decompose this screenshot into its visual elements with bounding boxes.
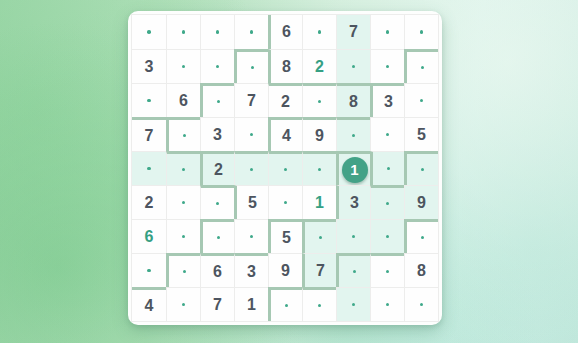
empty-cell-dot: [387, 167, 391, 171]
empty-cell-dot: [250, 235, 254, 239]
empty-cell-dot: [147, 30, 151, 34]
given-digit: 3: [247, 263, 256, 281]
cell-r2c5[interactable]: 8: [268, 49, 302, 83]
cell-r2c6[interactable]: 2: [302, 49, 336, 83]
given-digit: 1: [247, 296, 256, 314]
cell-r2c8[interactable]: [370, 49, 404, 83]
empty-cell-dot: [421, 168, 425, 172]
cell-r1c9[interactable]: [404, 15, 438, 49]
cell-r9c1[interactable]: 4: [132, 287, 166, 321]
given-digit: 9: [281, 262, 290, 280]
cell-r6c3[interactable]: [200, 185, 234, 219]
cell-r5c1[interactable]: [132, 151, 166, 185]
empty-cell-dot: [182, 168, 186, 172]
cell-r2c1[interactable]: 3: [132, 49, 166, 83]
cell-r3c3[interactable]: [200, 83, 234, 117]
cell-r3c9[interactable]: [404, 83, 438, 117]
empty-cell-dot: [386, 202, 390, 206]
given-digit: 2: [214, 161, 223, 179]
empty-cell-dot: [318, 168, 322, 172]
empty-cell-dot: [216, 65, 220, 69]
given-digit: 2: [281, 93, 290, 111]
given-digit: 7: [349, 23, 358, 41]
cell-r7c5[interactable]: 5: [268, 219, 302, 253]
empty-cell-dot: [386, 133, 390, 137]
given-digit: 4: [282, 127, 291, 145]
cell-r1c6[interactable]: [302, 15, 336, 49]
cell-r3c5[interactable]: 2: [268, 83, 302, 117]
cell-r7c9[interactable]: [404, 219, 438, 253]
cell-r2c2[interactable]: [166, 49, 200, 83]
given-digit: 7: [213, 296, 222, 314]
empty-cell-dot: [147, 99, 151, 103]
cell-r9c9[interactable]: [404, 287, 438, 321]
given-digit: 5: [417, 126, 426, 144]
given-digit: 3: [350, 194, 359, 212]
cell-r9c4[interactable]: 1: [234, 287, 268, 321]
empty-cell-dot: [420, 99, 424, 103]
empty-cell-dot: [216, 30, 220, 34]
empty-cell-dot: [420, 303, 424, 307]
given-digit: 5: [282, 229, 291, 247]
cell-r5c3[interactable]: 2: [200, 151, 234, 185]
cell-r8c1[interactable]: [132, 253, 166, 287]
cell-r2c4[interactable]: [234, 49, 268, 83]
empty-cell-dot: [182, 303, 186, 307]
cell-r5c5[interactable]: [268, 151, 302, 185]
empty-cell-dot: [352, 303, 356, 307]
user-digit: 6: [145, 228, 154, 246]
empty-cell-dot: [318, 100, 322, 104]
empty-cell-dot: [352, 65, 356, 69]
empty-cell-dot: [182, 30, 186, 34]
cell-r2c7[interactable]: [336, 49, 370, 83]
cell-r8c9[interactable]: 8: [404, 253, 438, 287]
given-digit: 6: [213, 263, 222, 281]
cell-r4c7[interactable]: [336, 117, 370, 151]
given-digit: 9: [417, 194, 426, 212]
cell-r1c2[interactable]: [166, 15, 200, 49]
empty-cell-dot: [420, 30, 424, 34]
cell-r6c5[interactable]: [268, 185, 302, 219]
cell-r6c4[interactable]: 5: [234, 185, 268, 219]
given-digit: 3: [145, 58, 154, 76]
given-digit: 4: [145, 297, 154, 315]
empty-cell-dot: [386, 30, 390, 34]
cell-r7c1[interactable]: 6: [132, 219, 166, 253]
empty-cell-dot: [386, 235, 390, 239]
sudoku-board-card: 67382672837349521251396563978471: [128, 11, 442, 325]
given-digit: 2: [145, 194, 154, 212]
cell-r4c3[interactable]: 3: [200, 117, 234, 151]
cell-r8c5[interactable]: 9: [268, 253, 302, 287]
cell-r4c8[interactable]: [370, 117, 404, 151]
empty-cell-dot: [182, 65, 186, 69]
cell-r7c3[interactable]: [200, 219, 234, 253]
empty-cell-dot: [216, 202, 220, 206]
cell-r3c7[interactable]: 8: [336, 83, 370, 117]
cell-r7c2[interactable]: [166, 219, 200, 253]
cell-r4c6[interactable]: 9: [302, 117, 336, 151]
cell-r4c5[interactable]: 4: [268, 117, 302, 151]
cell-r1c7[interactable]: 7: [336, 15, 370, 49]
empty-cell-dot: [285, 304, 289, 308]
given-digit: 6: [282, 23, 291, 41]
cell-r3c8[interactable]: 3: [370, 83, 404, 117]
given-digit: 8: [417, 262, 426, 280]
cell-r9c8[interactable]: [370, 287, 404, 321]
cell-r2c9[interactable]: [404, 49, 438, 83]
cell-r6c8[interactable]: [370, 185, 404, 219]
cell-r1c5[interactable]: 6: [268, 15, 302, 49]
empty-cell-dot: [250, 133, 254, 137]
empty-cell-dot: [182, 235, 186, 239]
empty-cell-dot: [217, 236, 221, 240]
cell-r4c9[interactable]: 5: [404, 117, 438, 151]
empty-cell-dot: [421, 236, 425, 240]
cell-r5c4[interactable]: [234, 151, 268, 185]
empty-cell-dot: [284, 168, 288, 172]
cell-r5c2[interactable]: [166, 151, 200, 185]
empty-cell-dot: [182, 201, 186, 205]
cell-r7c8[interactable]: [370, 219, 404, 253]
cell-r6c7[interactable]: 3: [336, 185, 370, 219]
cell-r9c5[interactable]: [268, 287, 302, 321]
given-digit: 7: [145, 127, 154, 145]
empty-cell-dot: [421, 66, 425, 70]
given-digit: 6: [179, 92, 188, 110]
cell-r9c7[interactable]: [336, 287, 370, 321]
cell-r8c3[interactable]: 6: [200, 253, 234, 287]
given-digit: 3: [213, 126, 222, 144]
empty-cell-dot: [147, 269, 151, 273]
empty-cell-dot: [318, 30, 322, 34]
cell-r6c1[interactable]: 2: [132, 185, 166, 219]
cell-r4c4[interactable]: [234, 117, 268, 151]
cell-r7c4[interactable]: [234, 219, 268, 253]
empty-cell-dot: [147, 167, 151, 171]
cell-r6c2[interactable]: [166, 185, 200, 219]
user-digit: 2: [315, 58, 324, 76]
given-digit: 9: [315, 127, 324, 145]
cell-r8c8[interactable]: [370, 253, 404, 287]
cell-r5c7[interactable]: 1: [336, 151, 370, 185]
cell-r1c3[interactable]: [200, 15, 234, 49]
sudoku-grid: 67382672837349521251396563978471: [131, 14, 439, 322]
given-digit: 8: [349, 93, 358, 111]
watercolor-background: 67382672837349521251396563978471: [0, 0, 578, 343]
empty-cell-dot: [386, 270, 390, 274]
empty-cell-dot: [183, 134, 187, 138]
cell-r1c8[interactable]: [370, 15, 404, 49]
cell-r8c6[interactable]: 7: [302, 253, 336, 287]
cell-r1c4[interactable]: [234, 15, 268, 49]
empty-cell-dot: [386, 303, 390, 307]
cell-r7c7[interactable]: [336, 219, 370, 253]
empty-cell-dot: [251, 66, 255, 70]
cell-r1c1[interactable]: [132, 15, 166, 49]
empty-cell-dot: [352, 134, 356, 138]
selected-cell-circle: 1: [342, 157, 368, 183]
empty-cell-dot: [250, 30, 254, 34]
cell-r9c3[interactable]: 7: [200, 287, 234, 321]
cell-r3c2[interactable]: 6: [166, 83, 200, 117]
cell-r6c6[interactable]: 1: [302, 185, 336, 219]
user-digit: 1: [315, 194, 324, 212]
cell-r5c8[interactable]: [370, 151, 404, 185]
cell-r3c4[interactable]: 7: [234, 83, 268, 117]
empty-cell-dot: [386, 65, 390, 69]
cell-r3c6[interactable]: [302, 83, 336, 117]
cell-r9c6[interactable]: [302, 287, 336, 321]
empty-cell-dot: [353, 270, 357, 274]
given-digit: 3: [384, 93, 393, 111]
cell-r8c2[interactable]: [166, 253, 200, 287]
cell-r5c6[interactable]: [302, 151, 336, 185]
cell-r4c2[interactable]: [166, 117, 200, 151]
cell-r9c2[interactable]: [166, 287, 200, 321]
given-digit: 5: [248, 194, 257, 212]
cell-r8c4[interactable]: 3: [234, 253, 268, 287]
empty-cell-dot: [284, 201, 288, 205]
empty-cell-dot: [319, 236, 323, 240]
given-digit: 7: [316, 262, 325, 280]
cell-r4c1[interactable]: 7: [132, 117, 166, 151]
cell-r6c9[interactable]: 9: [404, 185, 438, 219]
cell-r2c3[interactable]: [200, 49, 234, 83]
empty-cell-dot: [318, 304, 322, 308]
given-digit: 7: [247, 92, 256, 110]
cell-r3c1[interactable]: [132, 83, 166, 117]
empty-cell-dot: [352, 235, 356, 239]
cell-r8c7[interactable]: [336, 253, 370, 287]
empty-cell-dot: [250, 168, 254, 172]
cell-r7c6[interactable]: [302, 219, 336, 253]
given-digit: 8: [282, 58, 291, 76]
cell-r5c9[interactable]: [404, 151, 438, 185]
empty-cell-dot: [183, 270, 187, 274]
empty-cell-dot: [217, 100, 221, 104]
